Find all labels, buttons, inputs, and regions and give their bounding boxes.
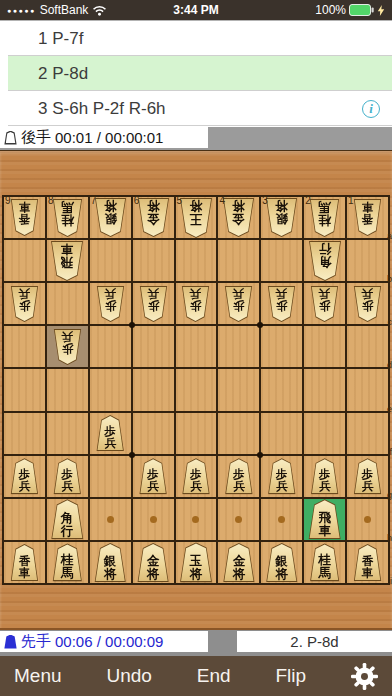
board-square-1i[interactable]: 香車 xyxy=(347,542,388,583)
rank-label-h: h xyxy=(387,534,392,543)
board-square-6g[interactable]: 歩兵 xyxy=(133,456,174,497)
move-row-2-current[interactable]: 2 P-8d xyxy=(0,56,392,91)
piece-sente-pawn[interactable]: 歩兵 xyxy=(310,458,339,494)
legal-move-dot[interactable] xyxy=(235,516,242,523)
board-square-9h[interactable] xyxy=(4,499,45,540)
board-square-9c[interactable]: 歩兵 xyxy=(4,283,45,324)
board-square-5c[interactable]: 歩兵 xyxy=(176,283,217,324)
piece-gote-gold[interactable]: 金将 xyxy=(137,198,170,237)
board-square-7f[interactable]: 歩兵 xyxy=(90,413,131,454)
file-label-9: 9 xyxy=(5,196,11,206)
board-square-9f[interactable] xyxy=(4,413,45,454)
piece-sente-knight[interactable]: 桂馬 xyxy=(52,543,83,581)
piece-sente-lance[interactable]: 香車 xyxy=(353,544,382,581)
board-square-8g[interactable]: 歩兵 xyxy=(47,456,88,497)
board-square-4g[interactable]: 歩兵 xyxy=(218,456,259,497)
rank-label-c: c xyxy=(388,318,392,327)
piece-gote-gold[interactable]: 金将 xyxy=(222,198,255,237)
piece-gote-knight[interactable]: 桂馬 xyxy=(309,199,340,237)
rank-label-b: b xyxy=(387,275,392,284)
board-square-2e[interactable] xyxy=(304,369,345,410)
piece-sente-pawn[interactable]: 歩兵 xyxy=(353,458,382,494)
board-square-3d[interactable] xyxy=(261,326,302,367)
sente-side-label: 先手 xyxy=(21,632,51,651)
board-square-2f[interactable] xyxy=(304,413,345,454)
move-text: 3 S-6h P-2f R-6h xyxy=(38,99,166,119)
settings-gear-icon[interactable] xyxy=(351,663,378,690)
file-label-8: 8 xyxy=(48,196,54,206)
board-square-6e[interactable] xyxy=(133,369,174,410)
board-square-7e[interactable] xyxy=(90,369,131,410)
board-square-8h[interactable]: 角行 xyxy=(47,499,88,540)
piece-sente-lance[interactable]: 香車 xyxy=(10,544,39,581)
board-square-2d[interactable] xyxy=(304,326,345,367)
piece-gote-pawn[interactable]: 歩兵 xyxy=(96,286,125,322)
rank-label-d: d xyxy=(387,361,392,370)
shogi-board-grid: 香車桂馬銀将金将王将金将銀将桂馬香車飛車角行歩兵歩兵歩兵歩兵歩兵歩兵歩兵歩兵歩兵… xyxy=(2,195,390,585)
piece-sente-gold[interactable]: 金将 xyxy=(222,543,255,582)
board-square-5b[interactable] xyxy=(176,240,217,281)
board-square-3h[interactable] xyxy=(261,499,302,540)
board-square-4f[interactable] xyxy=(218,413,259,454)
gote-clock-bar: 後手 00:01 / 00:00:01 xyxy=(0,127,392,150)
piece-sente-pawn[interactable]: 歩兵 xyxy=(139,458,168,494)
file-label-1: 1 xyxy=(348,196,354,206)
board-square-6i[interactable]: 金将 xyxy=(133,542,174,583)
piece-sente-pawn[interactable]: 歩兵 xyxy=(53,458,82,494)
board-square-1e[interactable] xyxy=(347,369,388,410)
file-label-3: 3 xyxy=(262,196,268,206)
board-square-9d[interactable] xyxy=(4,326,45,367)
sente-piece-icon xyxy=(4,635,17,649)
flip-button[interactable]: Flip xyxy=(275,665,306,687)
board-square-5h[interactable] xyxy=(176,499,217,540)
file-label-2: 2 xyxy=(305,196,311,206)
signal-strength-icon: ●●●●● xyxy=(7,6,36,14)
undo-button[interactable]: Undo xyxy=(106,665,151,687)
gote-side-label: 後手 xyxy=(21,128,51,147)
move-list: 1 P-7f 2 P-8d 3 S-6h P-2f R-6h i xyxy=(0,20,392,127)
board-square-1h[interactable] xyxy=(347,499,388,540)
board-square-2c[interactable]: 歩兵 xyxy=(304,283,345,324)
board-square-2i[interactable]: 桂馬 xyxy=(304,542,345,583)
star-point xyxy=(129,322,135,328)
legal-move-dot[interactable] xyxy=(364,516,371,523)
board-square-8f[interactable] xyxy=(47,413,88,454)
board-square-8i[interactable]: 桂馬 xyxy=(47,542,88,583)
status-bar: ●●●●● SoftBank 3:44 PM 100% xyxy=(0,0,392,20)
legal-move-dot[interactable] xyxy=(192,516,199,523)
board-square-2g[interactable]: 歩兵 xyxy=(304,456,345,497)
rank-label-a: a xyxy=(387,232,392,241)
board-square-1b[interactable] xyxy=(347,240,388,281)
board-square-1g[interactable]: 歩兵 xyxy=(347,456,388,497)
board-square-3e[interactable] xyxy=(261,369,302,410)
piece-gote-pawn[interactable]: 歩兵 xyxy=(267,286,296,322)
piece-gote-knight[interactable]: 桂馬 xyxy=(52,199,83,237)
board-square-3g[interactable]: 歩兵 xyxy=(261,456,302,497)
piece-sente-pawn[interactable]: 歩兵 xyxy=(181,458,210,494)
board-square-2h[interactable]: 飛車 xyxy=(304,499,345,540)
sente-clock-bar: 先手 00:06 / 00:00:09 2. P-8d xyxy=(0,630,392,656)
move-row-1[interactable]: 1 P-7f xyxy=(0,21,392,56)
board-square-1d[interactable] xyxy=(347,326,388,367)
piece-gote-pawn[interactable]: 歩兵 xyxy=(353,286,382,322)
board-square-9e[interactable] xyxy=(4,369,45,410)
board-square-9i[interactable]: 香車 xyxy=(4,542,45,583)
board-square-5d[interactable] xyxy=(176,326,217,367)
piece-gote-pawn[interactable]: 歩兵 xyxy=(181,286,210,322)
sente-clock: 先手 00:06 / 00:00:09 xyxy=(0,631,208,652)
charging-bolt-icon xyxy=(377,4,385,17)
legal-move-dot[interactable] xyxy=(278,516,285,523)
piece-sente-gold[interactable]: 金将 xyxy=(137,543,170,582)
move-text: 2 P-8d xyxy=(38,64,88,84)
piece-sente-pawn[interactable]: 歩兵 xyxy=(10,458,39,494)
piece-gote-silver[interactable]: 銀将 xyxy=(265,198,298,237)
board-square-3i[interactable]: 銀将 xyxy=(261,542,302,583)
board-square-7g[interactable] xyxy=(90,456,131,497)
board-square-4e[interactable] xyxy=(218,369,259,410)
board-square-4b[interactable] xyxy=(218,240,259,281)
piece-sente-king[interactable]: 玉将 xyxy=(179,542,213,582)
piece-gote-lance[interactable]: 香車 xyxy=(10,199,39,236)
board-square-4c[interactable]: 歩兵 xyxy=(218,283,259,324)
board-square-6f[interactable] xyxy=(133,413,174,454)
piece-gote-silver[interactable]: 銀将 xyxy=(94,198,127,237)
star-point xyxy=(257,452,263,458)
board-square-9b[interactable] xyxy=(4,240,45,281)
piece-sente-knight[interactable]: 桂馬 xyxy=(309,543,340,581)
piece-gote-bishop[interactable]: 角行 xyxy=(308,241,342,281)
board-square-7d[interactable] xyxy=(90,326,131,367)
file-label-6: 6 xyxy=(134,196,140,206)
file-label-4: 4 xyxy=(219,196,225,206)
board-square-5i[interactable]: 玉将 xyxy=(176,542,217,583)
end-button[interactable]: End xyxy=(197,665,231,687)
board-square-5f[interactable] xyxy=(176,413,217,454)
board-square-7h[interactable] xyxy=(90,499,131,540)
board-square-8b[interactable]: 飛車 xyxy=(47,240,88,281)
menu-button[interactable]: Menu xyxy=(14,665,62,687)
move-row-3[interactable]: 3 S-6h P-2f R-6h i xyxy=(0,91,392,126)
carrier-label: SoftBank xyxy=(40,3,89,17)
gote-piece-icon xyxy=(4,131,17,145)
board-square-2b[interactable]: 角行 xyxy=(304,240,345,281)
board-square-6d[interactable] xyxy=(133,326,174,367)
board-square-1c[interactable]: 歩兵 xyxy=(347,283,388,324)
board-square-3c[interactable]: 歩兵 xyxy=(261,283,302,324)
legal-move-dot[interactable] xyxy=(107,516,114,523)
board-square-5e[interactable] xyxy=(176,369,217,410)
board-square-7i[interactable]: 銀将 xyxy=(90,542,131,583)
piece-gote-pawn[interactable]: 歩兵 xyxy=(224,286,253,322)
board-square-3f[interactable] xyxy=(261,413,302,454)
piece-gote-pawn[interactable]: 歩兵 xyxy=(10,286,39,322)
piece-sente-silver[interactable]: 銀将 xyxy=(94,543,127,582)
rank-label-g: g xyxy=(387,491,392,500)
bottom-toolbar: Menu Undo End Flip xyxy=(0,656,392,696)
board-square-6b[interactable] xyxy=(133,240,174,281)
board-square-8e[interactable] xyxy=(47,369,88,410)
star-point xyxy=(129,452,135,458)
file-label-7: 7 xyxy=(91,196,97,206)
piece-gote-lance[interactable]: 香車 xyxy=(353,199,382,236)
battery-percent-label: 100% xyxy=(315,3,346,17)
legal-move-dot[interactable] xyxy=(150,516,157,523)
board-square-4h[interactable] xyxy=(218,499,259,540)
info-icon[interactable]: i xyxy=(362,100,380,118)
sente-clock-time: 00:06 / 00:00:09 xyxy=(55,633,163,650)
piece-gote-pawn[interactable]: 歩兵 xyxy=(139,286,168,322)
piece-sente-pawn[interactable]: 歩兵 xyxy=(96,415,125,451)
board-square-6c[interactable]: 歩兵 xyxy=(133,283,174,324)
piece-gote-rook[interactable]: 飛車 xyxy=(50,241,84,281)
board-area: 香車桂馬銀将金将王将金将銀将桂馬香車飛車角行歩兵歩兵歩兵歩兵歩兵歩兵歩兵歩兵歩兵… xyxy=(0,150,392,630)
piece-sente-pawn[interactable]: 歩兵 xyxy=(224,458,253,494)
board-square-8d[interactable]: 歩兵 xyxy=(47,326,88,367)
piece-gote-king[interactable]: 王将 xyxy=(179,198,213,238)
wifi-icon xyxy=(92,5,107,16)
battery-icon xyxy=(349,4,374,16)
piece-sente-silver[interactable]: 銀将 xyxy=(265,543,298,582)
piece-sente-rook[interactable]: 飛車 xyxy=(308,499,342,539)
gote-clock-time: 00:01 / 00:00:01 xyxy=(55,129,163,146)
board-square-7c[interactable]: 歩兵 xyxy=(90,283,131,324)
file-label-5: 5 xyxy=(177,196,183,206)
move-text: 1 P-7f xyxy=(38,29,83,49)
board-square-7b[interactable] xyxy=(90,240,131,281)
board-square-1f[interactable] xyxy=(347,413,388,454)
gote-clock: 後手 00:01 / 00:00:01 xyxy=(0,127,208,148)
piece-sente-bishop[interactable]: 角行 xyxy=(50,499,84,539)
board-square-4d[interactable] xyxy=(218,326,259,367)
board-square-4i[interactable]: 金将 xyxy=(218,542,259,583)
piece-sente-pawn[interactable]: 歩兵 xyxy=(267,458,296,494)
board-square-8c[interactable] xyxy=(47,283,88,324)
board-square-3b[interactable] xyxy=(261,240,302,281)
rank-label-e: e xyxy=(387,405,392,414)
board-square-9g[interactable]: 歩兵 xyxy=(4,456,45,497)
board-square-5g[interactable]: 歩兵 xyxy=(176,456,217,497)
current-move-label: 2. P-8d xyxy=(237,631,392,652)
app-window: ●●●●● SoftBank 3:44 PM 100% xyxy=(0,0,392,696)
piece-gote-pawn[interactable]: 歩兵 xyxy=(310,286,339,322)
piece-gote-pawn[interactable]: 歩兵 xyxy=(53,329,82,365)
board-square-6h[interactable] xyxy=(133,499,174,540)
